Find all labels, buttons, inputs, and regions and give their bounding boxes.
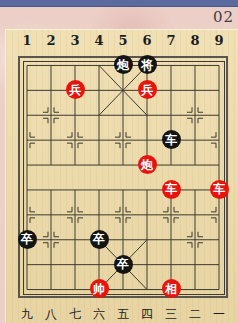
file-label-top-1: 1 (15, 33, 39, 48)
board-grid[interactable]: 炮将兵兵车炮车车卒卒卒帅相 (15, 53, 231, 302)
file-label-top-2: 2 (39, 33, 63, 48)
red-soldier[interactable]: 兵 (138, 80, 157, 99)
black-general[interactable]: 将 (138, 55, 157, 74)
file-label-bottom-7: 三 (159, 306, 183, 323)
puzzle-number: 02 (213, 8, 234, 26)
red-general[interactable]: 帅 (90, 279, 109, 298)
file-label-bottom-3: 七 (63, 306, 87, 323)
red-chariot[interactable]: 车 (210, 180, 229, 199)
screenshot-root: 02 炮将兵兵车炮车车卒卒卒帅相 123456789 九八七六五四三二一 (0, 0, 238, 323)
red-chariot[interactable]: 车 (162, 180, 181, 199)
file-label-top-9: 9 (207, 33, 231, 48)
black-chariot[interactable]: 车 (162, 130, 181, 149)
file-label-bottom-5: 五 (111, 306, 135, 323)
black-soldier[interactable]: 卒 (114, 255, 133, 274)
file-label-bottom-4: 六 (87, 306, 111, 323)
file-label-bottom-8: 二 (183, 306, 207, 323)
file-label-top-8: 8 (183, 33, 207, 48)
red-elephant[interactable]: 相 (162, 279, 181, 298)
file-label-bottom-6: 四 (135, 306, 159, 323)
file-label-top-7: 7 (159, 33, 183, 48)
window-top-bar (0, 0, 238, 7)
black-cannon[interactable]: 炮 (114, 55, 133, 74)
black-soldier[interactable]: 卒 (90, 230, 109, 249)
file-label-top-6: 6 (135, 33, 159, 48)
file-label-top-5: 5 (111, 33, 135, 48)
file-label-top-4: 4 (87, 33, 111, 48)
file-label-bottom-2: 八 (39, 306, 63, 323)
file-label-bottom-1: 九 (15, 306, 39, 323)
red-cannon[interactable]: 炮 (138, 155, 157, 174)
board-panel: 炮将兵兵车炮车车卒卒卒帅相 123456789 九八七六五四三二一 (5, 29, 238, 323)
file-label-bottom-9: 一 (207, 306, 231, 323)
black-soldier[interactable]: 卒 (18, 230, 37, 249)
file-label-top-3: 3 (63, 33, 87, 48)
red-soldier[interactable]: 兵 (66, 80, 85, 99)
